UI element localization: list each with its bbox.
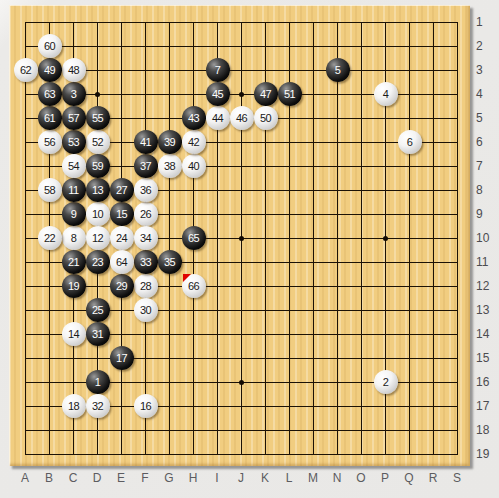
grid-line-vertical <box>457 22 458 455</box>
move-number: 46 <box>236 113 247 124</box>
white-stone-move-38[interactable]: 38 <box>158 154 182 178</box>
move-number: 52 <box>92 137 103 148</box>
black-stone-move-21[interactable]: 21 <box>62 250 86 274</box>
row-label-11: 11 <box>476 255 498 269</box>
column-label-G: G <box>159 471 179 485</box>
grid-line-vertical <box>409 22 410 455</box>
white-stone-move-22[interactable]: 22 <box>38 226 62 250</box>
black-stone-move-31[interactable]: 31 <box>86 322 110 346</box>
move-number: 30 <box>140 305 151 316</box>
column-label-L: L <box>279 471 299 485</box>
move-number: 45 <box>212 89 223 100</box>
white-stone-move-12[interactable]: 12 <box>86 226 110 250</box>
column-label-M: M <box>303 471 323 485</box>
column-label-E: E <box>111 471 131 485</box>
white-stone-move-48[interactable]: 48 <box>62 58 86 82</box>
move-number: 34 <box>140 233 151 244</box>
move-number: 6 <box>407 137 413 148</box>
move-number: 55 <box>92 113 103 124</box>
black-stone-move-13[interactable]: 13 <box>86 178 110 202</box>
black-stone-move-63[interactable]: 63 <box>38 82 62 106</box>
black-stone-move-11[interactable]: 11 <box>62 178 86 202</box>
white-stone-move-64[interactable]: 64 <box>110 250 134 274</box>
white-stone-move-24[interactable]: 24 <box>110 226 134 250</box>
move-number: 28 <box>140 281 151 292</box>
column-label-Q: Q <box>399 471 419 485</box>
white-stone-move-36[interactable]: 36 <box>134 178 158 202</box>
column-label-O: O <box>351 471 371 485</box>
column-label-J: J <box>231 471 251 485</box>
black-stone-move-5[interactable]: 5 <box>326 58 350 82</box>
move-number: 2 <box>383 377 389 388</box>
row-label-16: 16 <box>476 375 498 389</box>
white-stone-move-44[interactable]: 44 <box>206 106 230 130</box>
black-stone-move-53[interactable]: 53 <box>62 130 86 154</box>
move-number: 18 <box>68 401 79 412</box>
white-stone-move-30[interactable]: 30 <box>134 298 158 322</box>
move-number: 12 <box>92 233 103 244</box>
black-stone-move-39[interactable]: 39 <box>158 130 182 154</box>
white-stone-move-58[interactable]: 58 <box>38 178 62 202</box>
black-stone-move-43[interactable]: 43 <box>182 106 206 130</box>
grid-line-horizontal <box>25 454 458 455</box>
star-point <box>95 92 100 97</box>
move-number: 5 <box>335 65 341 76</box>
black-stone-move-15[interactable]: 15 <box>110 202 134 226</box>
move-number: 48 <box>68 65 79 76</box>
column-label-K: K <box>255 471 275 485</box>
black-stone-move-23[interactable]: 23 <box>86 250 110 274</box>
move-number: 36 <box>140 185 151 196</box>
black-stone-move-3[interactable]: 3 <box>62 82 86 106</box>
white-stone-move-18[interactable]: 18 <box>62 394 86 418</box>
row-label-9: 9 <box>476 207 498 221</box>
move-number: 64 <box>116 257 127 268</box>
move-number: 16 <box>140 401 151 412</box>
move-number: 63 <box>44 89 55 100</box>
column-label-A: A <box>15 471 35 485</box>
move-number: 25 <box>92 305 103 316</box>
move-number: 60 <box>44 41 55 52</box>
move-number: 22 <box>44 233 55 244</box>
column-label-H: H <box>183 471 203 485</box>
black-stone-move-9[interactable]: 9 <box>62 202 86 226</box>
white-stone-move-42[interactable]: 42 <box>182 130 206 154</box>
black-stone-move-37[interactable]: 37 <box>134 154 158 178</box>
star-point <box>239 380 244 385</box>
white-stone-move-32[interactable]: 32 <box>86 394 110 418</box>
move-number: 35 <box>164 257 175 268</box>
black-stone-move-59[interactable]: 59 <box>86 154 110 178</box>
white-stone-move-28[interactable]: 28 <box>134 274 158 298</box>
white-stone-move-40[interactable]: 40 <box>182 154 206 178</box>
column-label-D: D <box>87 471 107 485</box>
move-number: 14 <box>68 329 79 340</box>
black-stone-move-25[interactable]: 25 <box>86 298 110 322</box>
grid-line-horizontal <box>25 430 458 431</box>
row-label-10: 10 <box>476 231 498 245</box>
black-stone-move-55[interactable]: 55 <box>86 106 110 130</box>
black-stone-move-27[interactable]: 27 <box>110 178 134 202</box>
grid-line-vertical <box>313 22 314 455</box>
move-number: 24 <box>116 233 127 244</box>
move-number: 27 <box>116 185 127 196</box>
move-number: 58 <box>44 185 55 196</box>
move-number: 56 <box>44 137 55 148</box>
move-number: 57 <box>68 113 79 124</box>
column-label-B: B <box>39 471 59 485</box>
row-label-13: 13 <box>476 303 498 317</box>
star-point <box>239 236 244 241</box>
white-stone-move-60[interactable]: 60 <box>38 34 62 58</box>
go-board[interactable]: 1234567891011121314151617181921222324252… <box>9 5 470 466</box>
move-number: 7 <box>215 65 221 76</box>
grid-line-vertical <box>433 22 434 455</box>
row-label-3: 3 <box>476 63 498 77</box>
white-stone-move-50[interactable]: 50 <box>254 106 278 130</box>
black-stone-move-61[interactable]: 61 <box>38 106 62 130</box>
black-stone-move-51[interactable]: 51 <box>278 82 302 106</box>
move-number: 50 <box>260 113 271 124</box>
move-number: 42 <box>188 137 199 148</box>
row-label-17: 17 <box>476 399 498 413</box>
row-label-2: 2 <box>476 39 498 53</box>
move-number: 54 <box>68 161 79 172</box>
black-stone-move-29[interactable]: 29 <box>110 274 134 298</box>
move-number: 4 <box>383 89 389 100</box>
move-number: 47 <box>260 89 271 100</box>
white-stone-move-54[interactable]: 54 <box>62 154 86 178</box>
black-stone-move-65[interactable]: 65 <box>182 226 206 250</box>
move-number: 15 <box>116 209 127 220</box>
white-stone-move-8[interactable]: 8 <box>62 226 86 250</box>
move-number: 66 <box>188 281 199 292</box>
grid-line-horizontal <box>25 358 458 359</box>
black-stone-move-1[interactable]: 1 <box>86 370 110 394</box>
move-number: 59 <box>92 161 103 172</box>
move-number: 29 <box>116 281 127 292</box>
black-stone-move-7[interactable]: 7 <box>206 58 230 82</box>
column-label-N: N <box>327 471 347 485</box>
white-stone-move-26[interactable]: 26 <box>134 202 158 226</box>
white-stone-move-56[interactable]: 56 <box>38 130 62 154</box>
grid-line-vertical <box>337 22 338 455</box>
row-label-18: 18 <box>476 423 498 437</box>
black-stone-move-17[interactable]: 17 <box>110 346 134 370</box>
move-number: 8 <box>71 233 77 244</box>
white-stone-move-14[interactable]: 14 <box>62 322 86 346</box>
move-number: 41 <box>140 137 151 148</box>
column-label-P: P <box>375 471 395 485</box>
row-label-6: 6 <box>476 135 498 149</box>
move-number: 40 <box>188 161 199 172</box>
row-label-8: 8 <box>476 183 498 197</box>
white-stone-move-16[interactable]: 16 <box>134 394 158 418</box>
move-number: 9 <box>71 209 77 220</box>
move-number: 19 <box>68 281 79 292</box>
row-label-5: 5 <box>476 111 498 125</box>
white-stone-move-46[interactable]: 46 <box>230 106 254 130</box>
black-stone-move-57[interactable]: 57 <box>62 106 86 130</box>
move-number: 31 <box>92 329 103 340</box>
row-label-4: 4 <box>476 87 498 101</box>
black-stone-move-45[interactable]: 45 <box>206 82 230 106</box>
white-stone-move-34[interactable]: 34 <box>134 226 158 250</box>
move-number: 26 <box>140 209 151 220</box>
white-stone-move-66[interactable]: 66 <box>182 274 206 298</box>
black-stone-move-49[interactable]: 49 <box>38 58 62 82</box>
move-number: 51 <box>284 89 295 100</box>
move-number: 3 <box>71 89 77 100</box>
white-stone-move-62[interactable]: 62 <box>14 58 38 82</box>
move-number: 23 <box>92 257 103 268</box>
move-number: 1 <box>95 377 101 388</box>
row-label-14: 14 <box>476 327 498 341</box>
go-kifu-viewer: 1234567891011121314151617181921222324252… <box>0 0 499 498</box>
row-label-12: 12 <box>476 279 498 293</box>
move-number: 33 <box>140 257 151 268</box>
black-stone-move-35[interactable]: 35 <box>158 250 182 274</box>
move-number: 38 <box>164 161 175 172</box>
last-move-marker-icon <box>183 274 191 282</box>
white-stone-move-4[interactable]: 4 <box>374 82 398 106</box>
row-label-7: 7 <box>476 159 498 173</box>
black-stone-move-47[interactable]: 47 <box>254 82 278 106</box>
column-label-I: I <box>207 471 227 485</box>
black-stone-move-19[interactable]: 19 <box>62 274 86 298</box>
move-number: 21 <box>68 257 79 268</box>
row-label-19: 19 <box>476 447 498 461</box>
white-stone-move-10[interactable]: 10 <box>86 202 110 226</box>
move-number: 62 <box>20 65 31 76</box>
move-number: 39 <box>164 137 175 148</box>
move-number: 43 <box>188 113 199 124</box>
column-label-S: S <box>447 471 467 485</box>
black-stone-move-41[interactable]: 41 <box>134 130 158 154</box>
move-number: 37 <box>140 161 151 172</box>
grid-line-horizontal <box>25 286 458 287</box>
row-label-1: 1 <box>476 15 498 29</box>
row-label-15: 15 <box>476 351 498 365</box>
move-number: 49 <box>44 65 55 76</box>
move-number: 61 <box>44 113 55 124</box>
move-number: 44 <box>212 113 223 124</box>
move-number: 65 <box>188 233 199 244</box>
white-stone-move-2[interactable]: 2 <box>374 370 398 394</box>
move-number: 11 <box>68 185 78 196</box>
star-point <box>239 92 244 97</box>
column-label-C: C <box>63 471 83 485</box>
white-stone-move-6[interactable]: 6 <box>398 130 422 154</box>
white-stone-move-52[interactable]: 52 <box>86 130 110 154</box>
black-stone-move-33[interactable]: 33 <box>134 250 158 274</box>
grid-line-vertical <box>361 22 362 455</box>
move-number: 13 <box>92 185 103 196</box>
move-number: 32 <box>92 401 103 412</box>
move-number: 10 <box>92 209 103 220</box>
column-label-R: R <box>423 471 443 485</box>
column-label-F: F <box>135 471 155 485</box>
move-number: 53 <box>68 137 79 148</box>
move-number: 17 <box>116 353 127 364</box>
star-point <box>383 236 388 241</box>
